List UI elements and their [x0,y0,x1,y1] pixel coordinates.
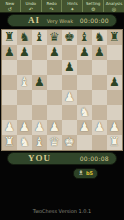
square-b2[interactable]: ♟ [17,120,32,135]
square-e4[interactable]: ♟ [62,90,77,105]
last-move-badge: ♗ b5 [73,168,98,179]
opponent-name: AI [28,16,40,25]
toolbar-item-label: New [6,2,15,6]
square-e2[interactable] [62,120,77,135]
square-h3[interactable] [107,105,122,120]
black-knight: ♞ [19,30,30,45]
black-pawn: ♟ [4,45,15,60]
square-e1[interactable]: ♚ [62,135,77,150]
white-pawn: ♟ [64,90,75,105]
white-pawn: ♟ [94,120,105,135]
version-text: TwoChess Version 1.0.1 [0,208,124,214]
black-pawn: ♟ [64,60,75,75]
black-pawn: ♟ [34,75,45,90]
square-g1[interactable] [92,135,107,150]
square-d7[interactable]: ♟ [47,45,62,60]
square-h1[interactable]: ♜ [107,135,122,150]
square-e6[interactable]: ♟ [62,60,77,75]
white-bishop: ♝ [34,135,45,150]
square-f2[interactable]: ♟ [77,120,92,135]
square-c5[interactable]: ♟ [32,75,47,90]
square-f4[interactable] [77,90,92,105]
toolbar-item-new[interactable]: New↺ [0,0,21,12]
square-e8[interactable]: ♚ [62,30,77,45]
square-h8[interactable]: ♜ [107,30,122,45]
square-f8[interactable]: ♝ [77,30,92,45]
white-bishop: ♝ [19,75,30,90]
square-f6[interactable] [77,60,92,75]
black-bishop: ♝ [79,30,90,45]
black-pawn: ♟ [19,45,30,60]
toolbar-item-redo[interactable]: Redo↷ [42,0,63,12]
square-g3[interactable] [92,105,107,120]
square-g8[interactable]: ♞ [92,30,107,45]
square-e5[interactable] [62,75,77,90]
square-h2[interactable]: ♟ [107,120,122,135]
square-g6[interactable] [92,60,107,75]
square-a1[interactable]: ♜ [2,135,17,150]
square-h4[interactable] [107,90,122,105]
redo-icon: ↷ [49,7,53,12]
black-pawn: ♟ [109,75,120,90]
square-e3[interactable] [62,105,77,120]
toolbar: New↺Undo↶Redo↷Hints✦Setting⚙Analysis◎ [0,0,124,13]
square-a5[interactable] [2,75,17,90]
white-pawn: ♟ [19,120,30,135]
square-b6[interactable] [17,60,32,75]
white-pawn: ♟ [49,120,60,135]
white-knight: ♞ [19,135,30,150]
player-bar: YOU 00:00:08 [7,152,117,165]
black-bishop: ♝ [34,30,45,45]
last-move-row: ♗ b5 [0,168,98,179]
undo-icon: ↶ [29,7,33,12]
white-pawn: ♟ [109,120,120,135]
square-a6[interactable] [2,60,17,75]
square-c4[interactable] [32,90,47,105]
square-e7[interactable] [62,45,77,60]
white-knight: ♞ [79,105,90,120]
square-f3[interactable]: ♞ [77,105,92,120]
opponent-bar: AI Very Weak 00:00:00 [7,14,117,27]
square-g2[interactable]: ♟ [92,120,107,135]
square-g4[interactable] [92,90,107,105]
last-move-label: b5 [86,169,93,178]
black-rook: ♜ [109,30,120,45]
square-c6[interactable] [32,60,47,75]
chess-board: ♜♞♝♛♚♝♞♜♟♟♟♟♟♟♝♟♟♟♞♟♟♟♟♟♟♟♜♞♝♛♚♜ [1,29,123,151]
new-game-icon: ↺ [8,7,12,12]
square-a2[interactable]: ♟ [2,120,17,135]
bishop-icon: ♗ [78,169,84,178]
opponent-level: Very Weak [40,18,80,24]
toolbar-item-label: Undo [26,2,36,6]
square-b3[interactable] [17,105,32,120]
square-b8[interactable]: ♞ [17,30,32,45]
square-a4[interactable] [2,90,17,105]
toolbar-item-setting[interactable]: Setting⚙ [83,0,104,12]
hints-icon: ✦ [70,7,74,12]
black-rook: ♜ [4,30,15,45]
square-a8[interactable]: ♜ [2,30,17,45]
toolbar-item-label: Hints [67,2,77,6]
toolbar-item-analysis[interactable]: Analysis◎ [104,0,124,12]
square-f1[interactable] [77,135,92,150]
square-b4[interactable] [17,90,32,105]
player-name: YOU [28,154,51,163]
square-a3[interactable] [2,105,17,120]
settings-icon: ⚙ [91,7,95,12]
white-pawn: ♟ [34,120,45,135]
square-c1[interactable]: ♝ [32,135,47,150]
square-d6[interactable] [47,60,62,75]
white-rook: ♜ [109,135,120,150]
opponent-clock: 00:00:00 [80,17,109,24]
black-queen: ♛ [49,30,60,45]
square-d3[interactable] [47,105,62,120]
square-d2[interactable]: ♟ [47,120,62,135]
black-pawn: ♟ [94,45,105,60]
white-pawn: ♟ [79,120,90,135]
square-g7[interactable]: ♟ [92,45,107,60]
toolbar-item-label: Redo [47,2,57,6]
black-king: ♚ [64,30,75,45]
white-rook: ♜ [4,135,15,150]
square-d4[interactable] [47,90,62,105]
square-c7[interactable] [32,45,47,60]
square-d8[interactable]: ♛ [47,30,62,45]
square-f5[interactable] [77,75,92,90]
toolbar-item-undo[interactable]: Undo↶ [21,0,42,12]
toolbar-item-hints[interactable]: Hints✦ [62,0,83,12]
black-knight: ♞ [94,30,105,45]
app-screen: New↺Undo↶Redo↷Hints✦Setting⚙Analysis◎ AI… [0,0,124,220]
square-b7[interactable]: ♟ [17,45,32,60]
white-king: ♚ [64,135,75,150]
square-c3[interactable] [32,105,47,120]
analysis-icon: ◎ [112,7,116,12]
square-g5[interactable] [92,75,107,90]
square-d1[interactable]: ♛ [47,135,62,150]
toolbar-item-label: Setting [86,2,100,6]
square-h6[interactable] [107,60,122,75]
square-a7[interactable]: ♟ [2,45,17,60]
black-pawn: ♟ [49,45,60,60]
square-h5[interactable]: ♟ [107,75,122,90]
white-queen: ♛ [49,135,60,150]
square-c8[interactable]: ♝ [32,30,47,45]
square-b1[interactable]: ♞ [17,135,32,150]
square-b5[interactable]: ♝ [17,75,32,90]
black-pawn: ♟ [79,45,90,60]
white-pawn: ♟ [4,120,15,135]
square-f7[interactable]: ♟ [77,45,92,60]
toolbar-item-label: Analysis [106,2,122,6]
square-d5[interactable] [47,75,62,90]
square-h7[interactable] [107,45,122,60]
square-c2[interactable]: ♟ [32,120,47,135]
player-clock: 00:00:08 [80,155,109,162]
